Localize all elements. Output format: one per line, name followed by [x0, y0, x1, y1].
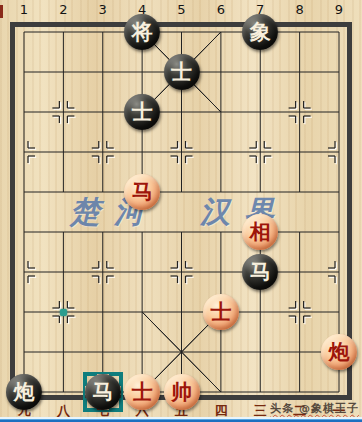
piece-black-cannon[interactable]: 炮 [6, 374, 42, 410]
piece-black-horse[interactable]: 马 [85, 374, 121, 410]
top-file-label: 6 [211, 2, 231, 17]
piece-black-advisor[interactable]: 士 [124, 94, 160, 130]
piece-red-horse[interactable]: 马 [124, 174, 160, 210]
top-file-label: 1 [14, 2, 34, 17]
move-origin-dot [60, 309, 67, 316]
watermark: 头条 @象棋王子 [270, 401, 359, 416]
top-file-label: 9 [329, 2, 349, 17]
bottom-edge-strip [0, 417, 362, 422]
piece-red-elephant[interactable]: 相 [242, 214, 278, 250]
piece-black-elephant[interactable]: 象 [242, 14, 278, 50]
left-edge-artifact [0, 5, 3, 18]
top-file-label: 3 [93, 2, 113, 17]
xiangqi-app-window: 123456789 九八七六五四三二一 楚河 汉界 将象士士马相马士炮炮马士帅 … [0, 0, 362, 422]
top-file-label: 2 [53, 2, 73, 17]
top-file-label: 5 [172, 2, 192, 17]
piece-red-cannon[interactable]: 炮 [321, 334, 357, 370]
piece-black-horse[interactable]: 马 [242, 254, 278, 290]
piece-red-advisor[interactable]: 士 [203, 294, 239, 330]
piece-black-general[interactable]: 将 [124, 14, 160, 50]
piece-red-advisor[interactable]: 士 [124, 374, 160, 410]
piece-red-general[interactable]: 帅 [164, 374, 200, 410]
piece-black-advisor[interactable]: 士 [164, 54, 200, 90]
top-file-label: 8 [290, 2, 310, 17]
